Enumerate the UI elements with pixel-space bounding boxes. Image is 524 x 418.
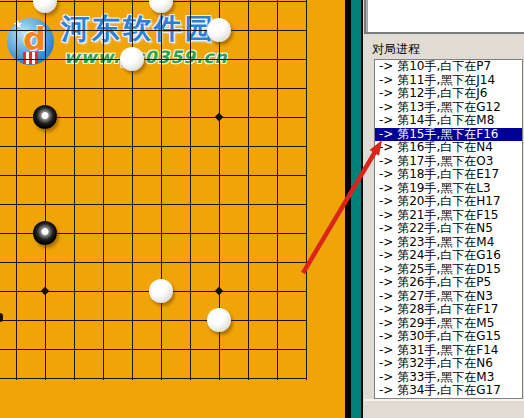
app-window: ★ d 河东软件园 www.pc0359.cn 对局进程 -> 第10手,白下在… [0,0,524,418]
white-stone-q3 [207,308,231,332]
move-item-29[interactable]: -> 第29手,黑下在M5 [375,317,522,331]
grid-line-horizontal [0,349,307,350]
move-item-12[interactable]: -> 第12手,白下在J6 [375,87,522,101]
panel-divider-line [364,399,524,401]
grid-line-vertical [277,0,278,380]
move-item-27[interactable]: -> 第27手,黑下在N3 [375,290,522,304]
watermark-site-name: 河东软件园 [61,10,216,48]
move-item-32[interactable]: -> 第32手,白下在N6 [375,357,522,371]
move-item-17[interactable]: -> 第17手,黑下在O3 [375,155,522,169]
grid-line-vertical [103,0,104,380]
move-item-22[interactable]: -> 第22手,白下在N5 [375,222,522,236]
grid-line-horizontal [0,59,307,60]
grid-line-vertical [306,0,307,380]
move-item-15[interactable]: -> 第15手,黑下在F16 [375,128,522,142]
grid-line-horizontal [0,320,307,321]
move-item-24[interactable]: -> 第24手,白下在G16 [375,249,522,263]
move-item-26[interactable]: -> 第26手,白下在P5 [375,276,522,290]
move-item-25[interactable]: -> 第25手,黑下在D15 [375,263,522,277]
grid-line-vertical [16,0,17,380]
grid-line-vertical [190,0,191,380]
go-board[interactable]: ★ d 河东软件园 www.pc0359.cn [0,0,345,418]
black-stone-k6 [33,221,57,245]
grid-line-horizontal [0,204,307,205]
move-item-21[interactable]: -> 第21手,黑下在F15 [375,209,522,223]
move-item-31[interactable]: -> 第31手,黑下在F14 [375,344,522,358]
white-stone-q13 [207,18,231,42]
grid-line-horizontal [0,146,307,147]
move-item-14[interactable]: -> 第14手,白下在M8 [375,114,522,128]
grid-line-vertical [248,0,249,380]
moves-panel-title: 对局进程 [372,41,420,58]
move-item-13[interactable]: -> 第13手,黑下在G12 [375,101,522,115]
watermark-site-url: www.pc0359.cn [64,47,228,67]
move-item-34[interactable]: -> 第34手,白下在G17 [375,384,522,398]
grid-line-vertical [45,0,46,380]
logo-flag-icon [23,52,38,64]
move-item-10[interactable]: -> 第10手,白下在P7 [375,60,522,74]
grid-line-horizontal [0,30,307,31]
white-stone-o4 [149,279,173,303]
star-point-k4 [41,287,49,295]
white-stone-k14 [33,0,57,13]
grid-line-horizontal [0,88,307,89]
divider-teal-stripe [351,0,361,418]
move-item-23[interactable]: -> 第23手,黑下在M4 [375,236,522,250]
move-item-11[interactable]: -> 第11手,黑下在J14 [375,74,522,88]
move-item-19[interactable]: -> 第19手,黑下在L3 [375,182,522,196]
grid-line-horizontal [0,378,307,379]
move-item-20[interactable]: -> 第20手,白下在H17 [375,195,522,209]
moves-list[interactable]: -> 第10手,白下在P7-> 第11手,黑下在J14-> 第12手,白下在J6… [374,59,523,399]
star-point-q4 [215,287,223,295]
move-item-18[interactable]: -> 第18手,白下在E17 [375,168,522,182]
grid-line-vertical [74,0,75,380]
move-item-30[interactable]: -> 第30手,白下在G15 [375,330,522,344]
white-stone-n12 [120,47,144,71]
star-point-q10 [215,113,223,121]
move-item-16[interactable]: -> 第16手,白下在N4 [375,141,522,155]
move-item-33[interactable]: -> 第33手,黑下在M3 [375,371,522,385]
grid-line-vertical [161,0,162,380]
grid-line-horizontal [0,262,307,263]
grid-line-horizontal [0,175,307,176]
move-item-28[interactable]: -> 第28手,白下在F17 [375,303,522,317]
site-logo: ★ d [7,16,57,68]
black-stone-k10 [33,105,57,129]
info-box [364,0,524,34]
right-panel: 对局进程 -> 第10手,白下在P7-> 第11手,黑下在J14-> 第12手,… [363,0,524,418]
